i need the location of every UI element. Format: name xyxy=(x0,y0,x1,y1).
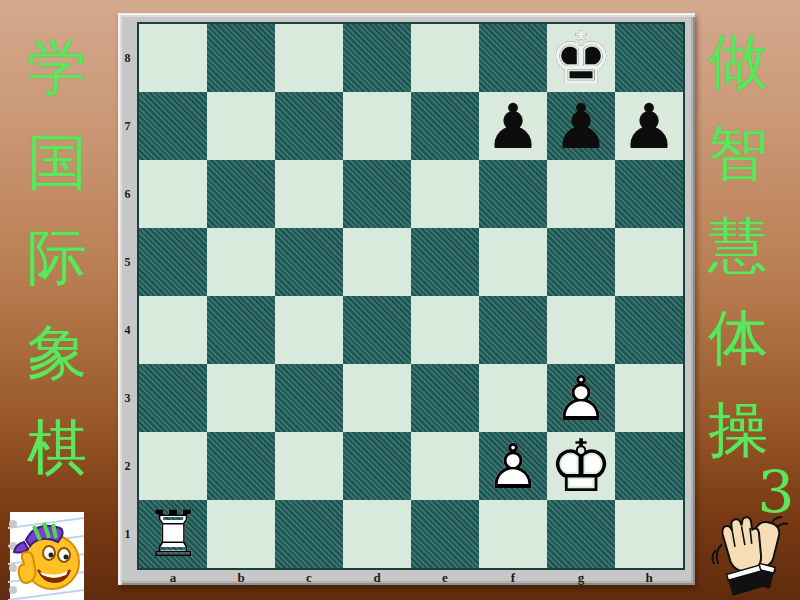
rank-label: 1 xyxy=(118,500,137,568)
square-f2: ♟♙ xyxy=(479,432,547,500)
square-d3 xyxy=(343,364,411,432)
square-c3 xyxy=(275,364,343,432)
square-e2 xyxy=(411,432,479,500)
square-g5 xyxy=(547,228,615,296)
left-caption-char: 棋 xyxy=(27,416,87,478)
left-caption-char: 际 xyxy=(27,226,87,288)
square-h8 xyxy=(615,24,683,92)
file-label: f xyxy=(479,570,547,585)
square-e3 xyxy=(411,364,479,432)
rank-label: 8 xyxy=(118,24,137,92)
slide-number: 3 xyxy=(754,462,798,522)
square-d6 xyxy=(343,160,411,228)
square-e1 xyxy=(411,500,479,568)
file-label: e xyxy=(411,570,479,585)
left-caption-char: 学 xyxy=(27,36,87,98)
square-f6 xyxy=(479,160,547,228)
chess-board: ♚♔♟♟♟♟♙♟♙♚♔♜♖ xyxy=(137,22,685,570)
right-caption-char: 体 xyxy=(708,306,768,368)
square-g4 xyxy=(547,296,615,364)
square-d2 xyxy=(343,432,411,500)
square-f1 xyxy=(479,500,547,568)
file-label: c xyxy=(275,570,343,585)
square-b1 xyxy=(207,500,275,568)
square-c1 xyxy=(275,500,343,568)
white-pawn: ♟♙ xyxy=(547,364,615,432)
rank-labels: 87654321 xyxy=(118,24,137,568)
file-label: d xyxy=(343,570,411,585)
black-pawn: ♟ xyxy=(547,92,615,160)
square-c7 xyxy=(275,92,343,160)
square-a5 xyxy=(139,228,207,296)
square-c4 xyxy=(275,296,343,364)
black-king: ♚♔ xyxy=(547,24,615,92)
square-e8 xyxy=(411,24,479,92)
white-pawn: ♟♙ xyxy=(479,432,547,500)
square-a2 xyxy=(139,432,207,500)
thumbs-up-smiley-image xyxy=(8,512,84,600)
rank-label: 7 xyxy=(118,92,137,160)
square-a4 xyxy=(139,296,207,364)
square-g8: ♚♔ xyxy=(547,24,615,92)
left-caption-column: 学国际象棋 xyxy=(24,36,90,478)
black-pawn: ♟ xyxy=(615,92,683,160)
square-a1: ♜♖ xyxy=(139,500,207,568)
square-h4 xyxy=(615,296,683,364)
square-d4 xyxy=(343,296,411,364)
square-b5 xyxy=(207,228,275,296)
file-labels: abcdefgh xyxy=(139,570,683,585)
square-a8 xyxy=(139,24,207,92)
white-rook: ♜♖ xyxy=(139,500,207,568)
square-h7: ♟ xyxy=(615,92,683,160)
square-d1 xyxy=(343,500,411,568)
square-f8 xyxy=(479,24,547,92)
square-g1 xyxy=(547,500,615,568)
rank-label: 6 xyxy=(118,160,137,228)
square-d5 xyxy=(343,228,411,296)
square-h2 xyxy=(615,432,683,500)
square-f4 xyxy=(479,296,547,364)
square-c2 xyxy=(275,432,343,500)
square-a7 xyxy=(139,92,207,160)
square-g3: ♟♙ xyxy=(547,364,615,432)
chess-board-frame: 87654321 abcdefgh ♚♔♟♟♟♟♙♟♙♚♔♜♖ xyxy=(118,13,695,585)
file-label: g xyxy=(547,570,615,585)
square-f3 xyxy=(479,364,547,432)
clapping-hands-image xyxy=(702,516,796,598)
left-caption-char: 国 xyxy=(27,131,87,193)
square-g2: ♚♔ xyxy=(547,432,615,500)
rank-label: 2 xyxy=(118,432,137,500)
square-e5 xyxy=(411,228,479,296)
square-a6 xyxy=(139,160,207,228)
right-caption-char: 智 xyxy=(708,122,768,184)
square-b2 xyxy=(207,432,275,500)
black-pawn: ♟ xyxy=(479,92,547,160)
square-f7: ♟ xyxy=(479,92,547,160)
square-c8 xyxy=(275,24,343,92)
right-caption-char: 操 xyxy=(708,398,768,460)
file-label: a xyxy=(139,570,207,585)
rank-label: 3 xyxy=(118,364,137,432)
square-d8 xyxy=(343,24,411,92)
square-f5 xyxy=(479,228,547,296)
square-b7 xyxy=(207,92,275,160)
square-c5 xyxy=(275,228,343,296)
square-b4 xyxy=(207,296,275,364)
right-caption-char: 做 xyxy=(708,30,768,92)
right-caption-char: 慧 xyxy=(708,214,768,276)
rank-label: 4 xyxy=(118,296,137,364)
rank-label: 5 xyxy=(118,228,137,296)
square-d7 xyxy=(343,92,411,160)
file-label: h xyxy=(615,570,683,585)
square-e6 xyxy=(411,160,479,228)
square-h3 xyxy=(615,364,683,432)
white-king: ♚♔ xyxy=(547,432,615,500)
square-b3 xyxy=(207,364,275,432)
square-g7: ♟ xyxy=(547,92,615,160)
square-a3 xyxy=(139,364,207,432)
square-b8 xyxy=(207,24,275,92)
square-h1 xyxy=(615,500,683,568)
file-label: b xyxy=(207,570,275,585)
square-b6 xyxy=(207,160,275,228)
left-caption-char: 象 xyxy=(27,321,87,383)
square-h6 xyxy=(615,160,683,228)
right-caption-column: 做智慧体操 xyxy=(704,30,772,460)
square-g6 xyxy=(547,160,615,228)
square-c6 xyxy=(275,160,343,228)
square-h5 xyxy=(615,228,683,296)
square-e4 xyxy=(411,296,479,364)
square-e7 xyxy=(411,92,479,160)
